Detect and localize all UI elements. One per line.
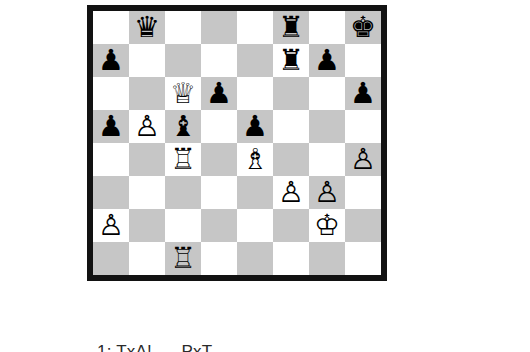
black-pawn-h6: ♟	[345, 77, 381, 110]
white-pawn-b5: ♙	[129, 110, 165, 143]
square-h7	[345, 44, 381, 77]
square-b2	[129, 209, 165, 242]
square-b8: ♛	[129, 11, 165, 44]
square-a4	[93, 143, 129, 176]
white-pawn-f3: ♙	[273, 176, 309, 209]
white-bishop-e4: ♗	[237, 143, 273, 176]
square-f8: ♜	[273, 11, 309, 44]
square-a3	[93, 176, 129, 209]
black-pawn-a7: ♟	[93, 44, 129, 77]
square-f4	[273, 143, 309, 176]
square-a2: ♙	[93, 209, 129, 242]
square-h5	[345, 110, 381, 143]
black-king-h8: ♚	[345, 11, 381, 44]
square-h4: ♙	[345, 143, 381, 176]
square-d5	[201, 110, 237, 143]
black-rook-f8: ♜	[273, 11, 309, 44]
square-f7: ♜	[273, 44, 309, 77]
square-h6: ♟	[345, 77, 381, 110]
square-e5: ♟	[237, 110, 273, 143]
square-d7	[201, 44, 237, 77]
square-c7	[165, 44, 201, 77]
square-b4	[129, 143, 165, 176]
square-c5: ♝	[165, 110, 201, 143]
square-g1	[309, 242, 345, 275]
black-bishop-c5: ♝	[165, 110, 201, 143]
square-b7	[129, 44, 165, 77]
square-g3: ♙	[309, 176, 345, 209]
square-a5: ♟	[93, 110, 129, 143]
white-rook-c1: ♖	[165, 242, 201, 275]
square-c1: ♖	[165, 242, 201, 275]
white-rook-c4: ♖	[165, 143, 201, 176]
square-f2	[273, 209, 309, 242]
white-queen-c6: ♕	[165, 77, 201, 110]
square-h1	[345, 242, 381, 275]
square-c3	[165, 176, 201, 209]
square-a1	[93, 242, 129, 275]
square-f3: ♙	[273, 176, 309, 209]
square-e3	[237, 176, 273, 209]
square-f1	[273, 242, 309, 275]
square-e8	[237, 11, 273, 44]
chess-board: ♛♜♚♟♜♟♕♟♟♟♙♝♟♖♗♙♙♙♙♔♖	[93, 11, 381, 275]
square-g5	[309, 110, 345, 143]
black-pawn-e5: ♟	[237, 110, 273, 143]
square-d4	[201, 143, 237, 176]
white-pawn-g3: ♙	[309, 176, 345, 209]
square-b3	[129, 176, 165, 209]
square-g7: ♟	[309, 44, 345, 77]
square-e2	[237, 209, 273, 242]
square-b1	[129, 242, 165, 275]
square-f6	[273, 77, 309, 110]
square-e6	[237, 77, 273, 110]
square-e1	[237, 242, 273, 275]
white-pawn-a2: ♙	[93, 209, 129, 242]
square-h3	[345, 176, 381, 209]
square-d3	[201, 176, 237, 209]
chess-board-frame: ♛♜♚♟♜♟♕♟♟♟♙♝♟♖♗♙♙♙♙♔♖	[87, 5, 387, 281]
square-g6	[309, 77, 345, 110]
square-c8	[165, 11, 201, 44]
square-a7: ♟	[93, 44, 129, 77]
square-a6	[93, 77, 129, 110]
square-e4: ♗	[237, 143, 273, 176]
square-g8	[309, 11, 345, 44]
solution-caption: 1: TxA! PxT 2: D6C y mate a la siguiente…	[97, 294, 321, 352]
square-d1	[201, 242, 237, 275]
square-g2: ♔	[309, 209, 345, 242]
square-d2	[201, 209, 237, 242]
solution-line-1: 1: TxA! PxT	[97, 340, 321, 352]
square-h2	[345, 209, 381, 242]
square-a8	[93, 11, 129, 44]
square-b6	[129, 77, 165, 110]
square-e7	[237, 44, 273, 77]
white-king-g2: ♔	[309, 209, 345, 242]
black-pawn-a5: ♟	[93, 110, 129, 143]
square-f5	[273, 110, 309, 143]
square-d8	[201, 11, 237, 44]
black-rook-f7: ♜	[273, 44, 309, 77]
square-c2	[165, 209, 201, 242]
square-c4: ♖	[165, 143, 201, 176]
square-c6: ♕	[165, 77, 201, 110]
square-h8: ♚	[345, 11, 381, 44]
black-pawn-g7: ♟	[309, 44, 345, 77]
white-pawn-h4: ♙	[345, 143, 381, 176]
black-queen-b8: ♛	[129, 11, 165, 44]
black-pawn-d6: ♟	[201, 77, 237, 110]
square-b5: ♙	[129, 110, 165, 143]
square-g4	[309, 143, 345, 176]
square-d6: ♟	[201, 77, 237, 110]
